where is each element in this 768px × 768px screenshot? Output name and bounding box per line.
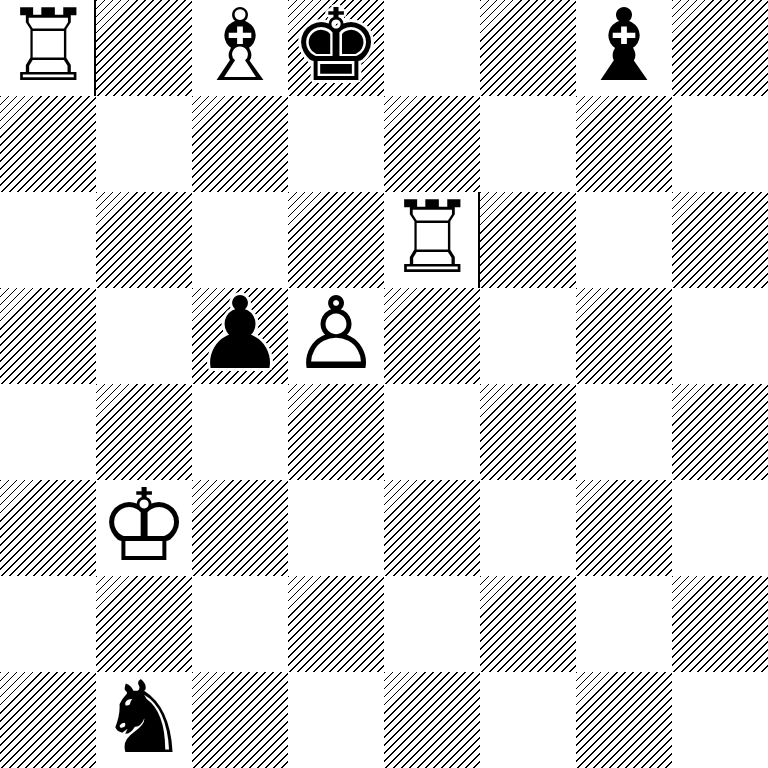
square-g5[interactable]	[576, 288, 672, 384]
piece-black-king[interactable]: ♚	[291, 0, 381, 94]
square-d2[interactable]	[288, 576, 384, 672]
square-c5[interactable]: ♟	[192, 288, 288, 384]
square-h4[interactable]	[672, 384, 768, 480]
square-e5[interactable]	[384, 288, 480, 384]
square-f5[interactable]	[480, 288, 576, 384]
square-b6[interactable]	[96, 192, 192, 288]
piece-white-pawn[interactable]: ♙	[291, 288, 381, 382]
square-g8[interactable]: ♝	[576, 0, 672, 96]
square-g1[interactable]	[576, 672, 672, 768]
square-c4[interactable]	[192, 384, 288, 480]
chess-board: ♖♗♚♝♖♟♙♔♞	[0, 0, 768, 768]
square-g4[interactable]	[576, 384, 672, 480]
square-b3[interactable]: ♔	[96, 480, 192, 576]
square-a4[interactable]	[0, 384, 96, 480]
piece-white-bishop[interactable]: ♗	[195, 0, 285, 94]
piece-white-rook[interactable]: ♖	[3, 0, 93, 94]
square-h3[interactable]	[672, 480, 768, 576]
square-a8[interactable]: ♖	[0, 0, 96, 96]
square-b2[interactable]	[96, 576, 192, 672]
square-f1[interactable]	[480, 672, 576, 768]
square-f2[interactable]	[480, 576, 576, 672]
square-g6[interactable]	[576, 192, 672, 288]
square-c3[interactable]	[192, 480, 288, 576]
square-g2[interactable]	[576, 576, 672, 672]
piece-black-bishop[interactable]: ♝	[579, 0, 669, 94]
square-h1[interactable]	[672, 672, 768, 768]
piece-white-rook[interactable]: ♖	[387, 192, 477, 286]
square-d3[interactable]	[288, 480, 384, 576]
square-h8[interactable]	[672, 0, 768, 96]
square-c2[interactable]	[192, 576, 288, 672]
square-e7[interactable]	[384, 96, 480, 192]
square-h7[interactable]	[672, 96, 768, 192]
square-e6[interactable]: ♖	[384, 192, 480, 288]
square-a1[interactable]	[0, 672, 96, 768]
piece-white-king[interactable]: ♔	[99, 480, 189, 574]
square-f3[interactable]	[480, 480, 576, 576]
square-a6[interactable]	[0, 192, 96, 288]
square-b4[interactable]	[96, 384, 192, 480]
square-h6[interactable]	[672, 192, 768, 288]
square-e2[interactable]	[384, 576, 480, 672]
square-h5[interactable]	[672, 288, 768, 384]
square-d7[interactable]	[288, 96, 384, 192]
square-g7[interactable]	[576, 96, 672, 192]
square-f6[interactable]	[480, 192, 576, 288]
square-b8[interactable]	[96, 0, 192, 96]
square-a5[interactable]	[0, 288, 96, 384]
square-c1[interactable]	[192, 672, 288, 768]
square-e8[interactable]	[384, 0, 480, 96]
square-d6[interactable]	[288, 192, 384, 288]
square-b1[interactable]: ♞	[96, 672, 192, 768]
square-b7[interactable]	[96, 96, 192, 192]
square-e1[interactable]	[384, 672, 480, 768]
square-f7[interactable]	[480, 96, 576, 192]
square-d8[interactable]: ♚	[288, 0, 384, 96]
square-e3[interactable]	[384, 480, 480, 576]
square-c6[interactable]	[192, 192, 288, 288]
square-e4[interactable]	[384, 384, 480, 480]
square-d4[interactable]	[288, 384, 384, 480]
square-d1[interactable]	[288, 672, 384, 768]
square-g3[interactable]	[576, 480, 672, 576]
square-d5[interactable]: ♙	[288, 288, 384, 384]
square-c8[interactable]: ♗	[192, 0, 288, 96]
square-a2[interactable]	[0, 576, 96, 672]
square-f4[interactable]	[480, 384, 576, 480]
square-b5[interactable]	[96, 288, 192, 384]
square-f8[interactable]	[480, 0, 576, 96]
square-h2[interactable]	[672, 576, 768, 672]
square-a7[interactable]	[0, 96, 96, 192]
piece-black-pawn[interactable]: ♟	[195, 288, 285, 382]
square-a3[interactable]	[0, 480, 96, 576]
square-c7[interactable]	[192, 96, 288, 192]
piece-black-knight[interactable]: ♞	[99, 672, 189, 766]
